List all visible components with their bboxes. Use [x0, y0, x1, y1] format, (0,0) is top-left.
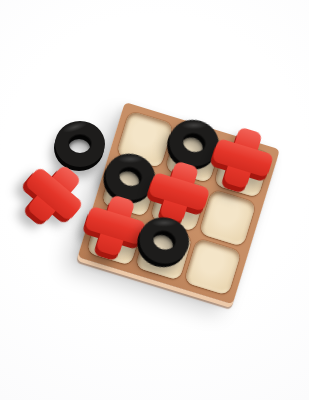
cell-r2c2[interactable]	[184, 238, 241, 295]
scene	[0, 0, 309, 400]
game-board	[78, 102, 280, 304]
piece-o-offboard-1[interactable]	[55, 121, 105, 167]
